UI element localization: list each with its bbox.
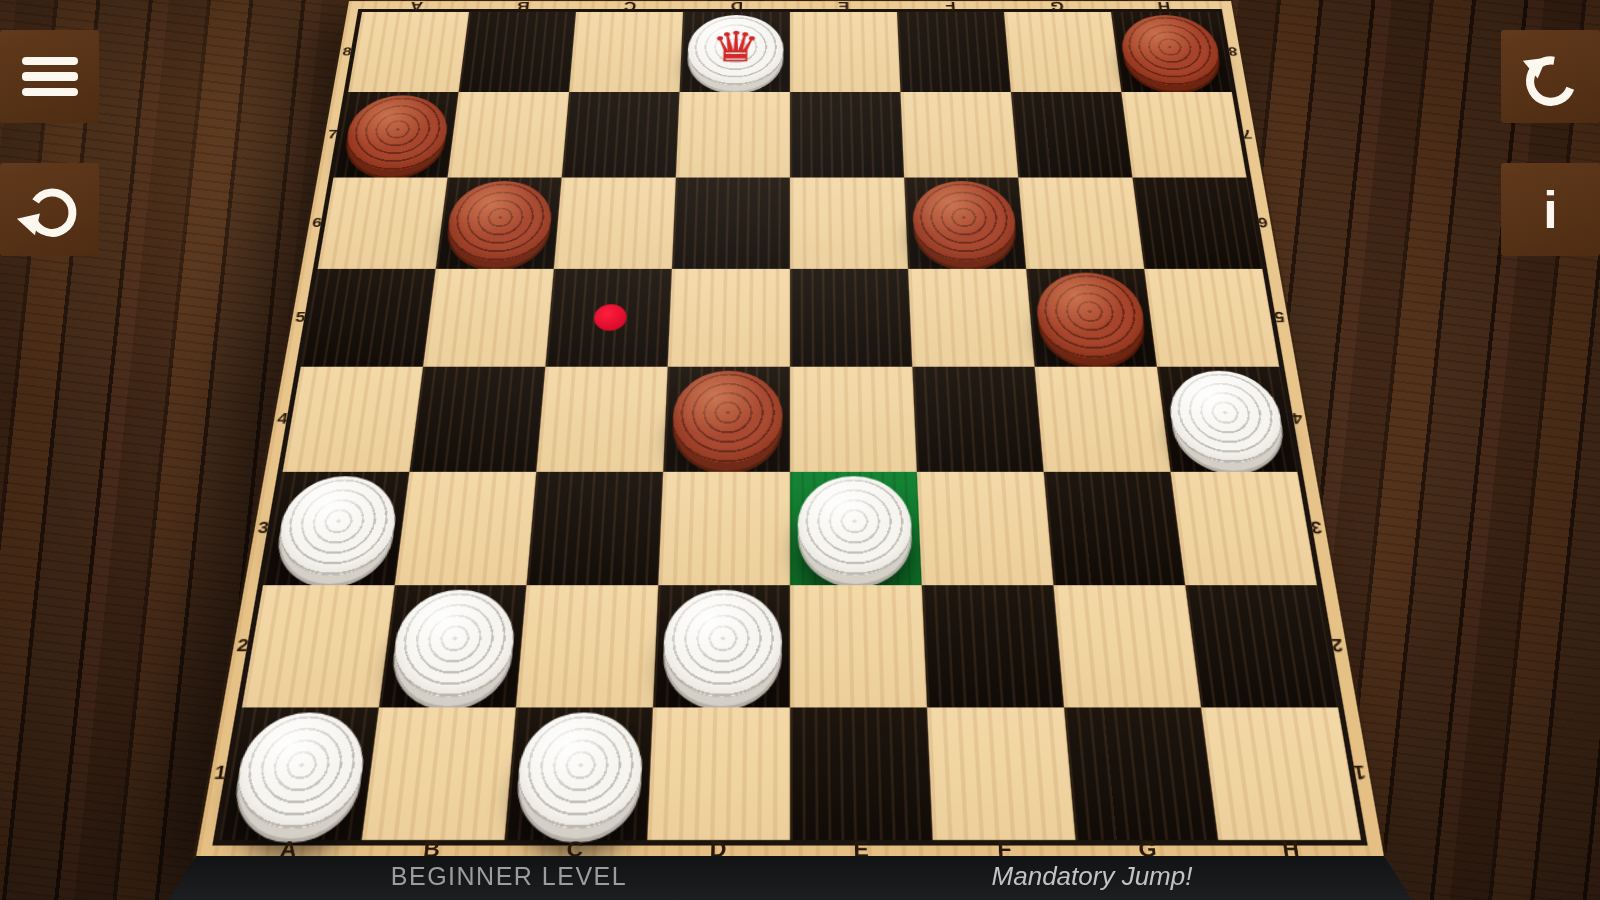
square-A3[interactable] — [263, 472, 409, 585]
square-D8[interactable]: ♛ — [680, 12, 790, 92]
file-label-top-C: C — [576, 0, 684, 12]
square-E4[interactable] — [790, 367, 917, 472]
square-A5[interactable] — [301, 269, 436, 367]
red-piece-D4[interactable] — [671, 371, 783, 463]
square-H2[interactable] — [1185, 585, 1338, 707]
square-E7[interactable] — [790, 92, 904, 177]
square-D1[interactable] — [647, 707, 790, 840]
square-C7[interactable] — [562, 92, 680, 177]
square-B4[interactable] — [409, 367, 545, 472]
square-A2[interactable] — [242, 585, 395, 707]
square-F8[interactable] — [897, 12, 1011, 92]
square-C6[interactable] — [554, 178, 676, 269]
hamburger-icon — [22, 57, 78, 97]
square-B8[interactable] — [459, 12, 576, 92]
square-A6[interactable] — [318, 178, 448, 269]
square-E6[interactable] — [790, 178, 908, 269]
square-E1[interactable] — [790, 707, 933, 840]
square-B2[interactable] — [379, 585, 527, 707]
board-grid: ♛ — [219, 12, 1361, 840]
white-piece-A1[interactable] — [229, 713, 370, 829]
square-D5[interactable] — [668, 269, 790, 367]
square-D4[interactable] — [663, 367, 790, 472]
square-H5[interactable] — [1144, 269, 1279, 367]
red-piece-G5[interactable] — [1034, 273, 1149, 359]
square-H1[interactable] — [1201, 707, 1361, 840]
square-H6[interactable] — [1132, 178, 1262, 269]
square-C5[interactable] — [545, 269, 672, 367]
square-F5[interactable] — [908, 269, 1035, 367]
square-A4[interactable] — [283, 367, 423, 472]
square-E3[interactable] — [790, 472, 922, 585]
game-screen: ♛ ABCDEFGHABCDEFGH8765432187654321 BEGIN… — [0, 0, 1600, 900]
square-E5[interactable] — [790, 269, 912, 367]
square-G5[interactable] — [1026, 269, 1157, 367]
checkers-board: ♛ ABCDEFGHABCDEFGH8765432187654321 — [196, 1, 1385, 859]
red-piece-B6[interactable] — [444, 181, 555, 261]
white-piece-A3[interactable] — [273, 476, 402, 575]
square-C4[interactable] — [536, 367, 667, 472]
red-piece-F6[interactable] — [911, 181, 1018, 261]
board-front-edge — [0, 850, 1600, 900]
square-G2[interactable] — [1053, 585, 1201, 707]
crown-icon: ♛ — [710, 26, 761, 67]
square-D3[interactable] — [658, 472, 790, 585]
white-piece-C1[interactable] — [514, 713, 645, 829]
square-G8[interactable] — [1004, 12, 1121, 92]
restart-button[interactable] — [0, 163, 99, 256]
white-piece-H4[interactable] — [1165, 371, 1289, 463]
file-label-top-F: F — [896, 0, 1004, 12]
square-F4[interactable] — [912, 367, 1043, 472]
move-target-dot[interactable] — [593, 304, 627, 330]
square-B1[interactable] — [362, 707, 516, 840]
square-F6[interactable] — [904, 178, 1026, 269]
square-H4[interactable] — [1157, 367, 1297, 472]
square-F3[interactable] — [917, 472, 1054, 585]
undo-curved-arrow-icon — [1514, 40, 1588, 114]
square-E8[interactable] — [790, 12, 900, 92]
square-G6[interactable] — [1018, 178, 1144, 269]
undo-button[interactable] — [1501, 30, 1600, 123]
restart-circular-arrow-icon — [14, 174, 86, 246]
info-button[interactable]: i — [1501, 163, 1600, 256]
file-label-top-G: G — [1003, 0, 1111, 12]
square-G1[interactable] — [1064, 707, 1218, 840]
red-piece-H8[interactable] — [1118, 15, 1224, 85]
square-C2[interactable] — [516, 585, 658, 707]
square-H3[interactable] — [1171, 472, 1317, 585]
square-H7[interactable] — [1121, 92, 1246, 177]
square-D2[interactable] — [653, 585, 790, 707]
square-H8[interactable] — [1111, 12, 1232, 92]
square-C1[interactable] — [504, 707, 652, 840]
menu-button[interactable] — [0, 30, 99, 123]
white-piece-D2[interactable] — [662, 590, 782, 697]
level-label: BEGINNER LEVEL — [391, 856, 627, 896]
square-D7[interactable] — [676, 92, 790, 177]
square-B3[interactable] — [395, 472, 537, 585]
square-G4[interactable] — [1035, 367, 1171, 472]
red-piece-A7[interactable] — [341, 95, 451, 170]
square-B5[interactable] — [423, 269, 554, 367]
square-A8[interactable] — [348, 12, 469, 92]
square-G7[interactable] — [1011, 92, 1133, 177]
square-A7[interactable] — [333, 92, 458, 177]
square-F1[interactable] — [927, 707, 1075, 840]
file-label-top-E: E — [790, 0, 897, 12]
white-piece-B2[interactable] — [388, 590, 518, 697]
square-E2[interactable] — [790, 585, 927, 707]
square-A1[interactable] — [219, 707, 379, 840]
square-G3[interactable] — [1044, 472, 1186, 585]
king-white-piece-D8[interactable]: ♛ — [686, 15, 783, 85]
file-label-top-D: D — [683, 0, 790, 12]
square-F2[interactable] — [922, 585, 1064, 707]
square-B7[interactable] — [448, 92, 570, 177]
square-C8[interactable] — [569, 12, 683, 92]
file-label-top-H: H — [1109, 0, 1218, 12]
white-piece-E3[interactable] — [798, 476, 914, 575]
square-B6[interactable] — [436, 178, 562, 269]
info-icon: i — [1543, 184, 1557, 236]
file-label-top-B: B — [469, 0, 577, 12]
square-F7[interactable] — [900, 92, 1018, 177]
file-label-top-A: A — [362, 0, 471, 12]
square-C3[interactable] — [527, 472, 664, 585]
status-message: Mandatory Jump! — [992, 856, 1193, 896]
square-D6[interactable] — [672, 178, 790, 269]
